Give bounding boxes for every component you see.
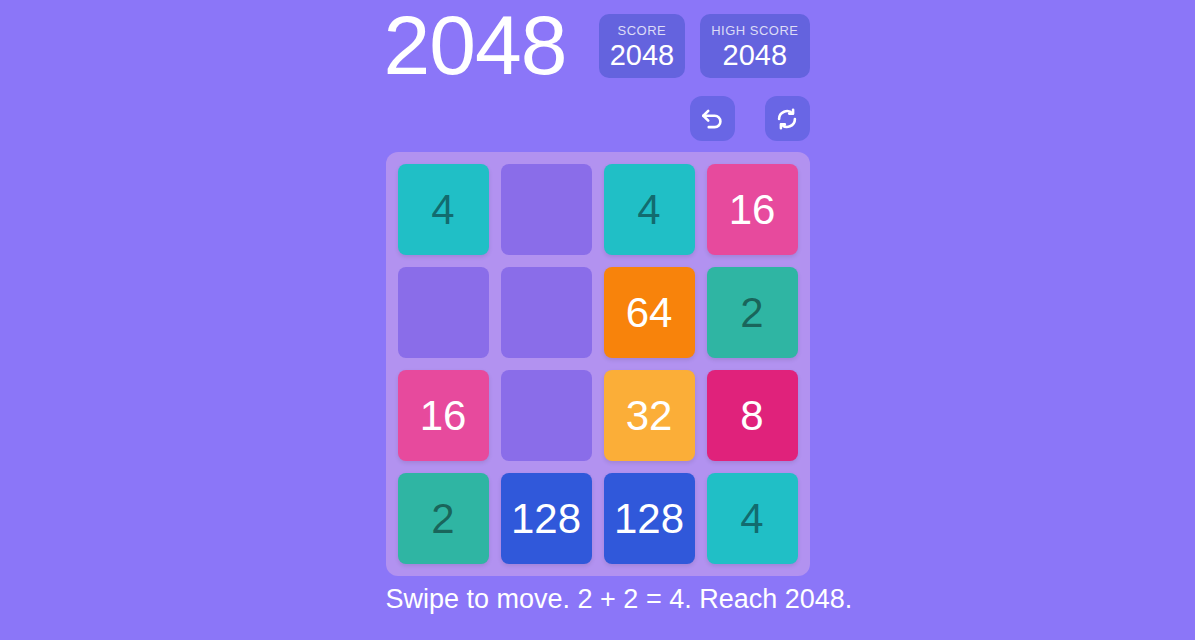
empty-cell	[501, 164, 592, 255]
tile-128: 128	[501, 473, 592, 564]
high-score-value: 2048	[723, 40, 788, 70]
header: 2048 SCORE 2048 HIGH SCORE 2048	[386, 3, 810, 87]
high-score-label: HIGH SCORE	[711, 23, 798, 38]
empty-cell	[501, 267, 592, 358]
game-title: 2048	[384, 3, 567, 87]
restart-button[interactable]	[765, 96, 810, 141]
score-box: SCORE 2048	[599, 14, 686, 78]
tile-4: 4	[398, 164, 489, 255]
tile-2: 2	[707, 267, 798, 358]
tile-16: 16	[398, 370, 489, 461]
undo-button[interactable]	[690, 96, 735, 141]
tile-64: 64	[604, 267, 695, 358]
tile-128: 128	[604, 473, 695, 564]
score-value: 2048	[610, 40, 675, 70]
tile-4: 4	[707, 473, 798, 564]
tile-4: 4	[604, 164, 695, 255]
tile-32: 32	[604, 370, 695, 461]
controls-bar	[386, 96, 810, 141]
score-panel: SCORE 2048 HIGH SCORE 2048	[599, 14, 810, 78]
instructions-caption: Swipe to move. 2 + 2 = 4. Reach 2048.	[386, 583, 810, 615]
board[interactable]: 44166421632821281284	[386, 152, 810, 576]
empty-cell	[398, 267, 489, 358]
tile-16: 16	[707, 164, 798, 255]
tile-8: 8	[707, 370, 798, 461]
refresh-icon	[774, 106, 800, 132]
app-container: 2048 SCORE 2048 HIGH SCORE 2048	[386, 0, 810, 615]
tile-2: 2	[398, 473, 489, 564]
high-score-box: HIGH SCORE 2048	[700, 14, 809, 78]
undo-icon	[699, 106, 725, 132]
empty-cell	[501, 370, 592, 461]
score-label: SCORE	[618, 23, 667, 38]
